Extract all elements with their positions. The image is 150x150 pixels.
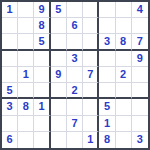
sudoku-cell-empty[interactable] <box>83 18 99 34</box>
sudoku-cell-empty[interactable] <box>34 83 50 99</box>
sudoku-cell-empty[interactable] <box>2 51 18 67</box>
sudoku-cell-empty[interactable] <box>132 18 148 34</box>
sudoku-cell-empty[interactable] <box>83 83 99 99</box>
sudoku-cell-given: 5 <box>34 34 50 50</box>
sudoku-cell-given: 1 <box>83 132 99 148</box>
sudoku-cell-empty[interactable] <box>116 116 132 132</box>
sudoku-cell-empty[interactable] <box>132 116 148 132</box>
sudoku-cell-empty[interactable] <box>116 18 132 34</box>
sudoku-cell-empty[interactable] <box>116 51 132 67</box>
sudoku-cell-empty[interactable] <box>67 132 83 148</box>
sudoku-cell-empty[interactable] <box>51 51 67 67</box>
sudoku-cell-empty[interactable] <box>83 2 99 18</box>
sudoku-cell-given: 6 <box>2 132 18 148</box>
sudoku-cell-empty[interactable] <box>116 99 132 115</box>
sudoku-cell-empty[interactable] <box>18 116 34 132</box>
sudoku-cell-empty[interactable] <box>18 2 34 18</box>
sudoku-cell-given: 4 <box>132 2 148 18</box>
sudoku-board: 1954865387391972523815716183 <box>0 0 150 150</box>
sudoku-cell-empty[interactable] <box>67 2 83 18</box>
sudoku-cell-empty[interactable] <box>99 67 115 83</box>
sudoku-cell-empty[interactable] <box>51 83 67 99</box>
sudoku-cell-given: 8 <box>18 99 34 115</box>
sudoku-cell-empty[interactable] <box>51 18 67 34</box>
sudoku-cell-empty[interactable] <box>132 83 148 99</box>
sudoku-cell-given: 9 <box>132 51 148 67</box>
sudoku-cell-empty[interactable] <box>67 99 83 115</box>
sudoku-cell-empty[interactable] <box>132 99 148 115</box>
sudoku-cell-empty[interactable] <box>116 2 132 18</box>
sudoku-cell-given: 2 <box>116 67 132 83</box>
sudoku-cell-given: 1 <box>34 99 50 115</box>
sudoku-cell-empty[interactable] <box>18 51 34 67</box>
sudoku-cell-empty[interactable] <box>99 83 115 99</box>
sudoku-cell-empty[interactable] <box>67 34 83 50</box>
sudoku-cell-empty[interactable] <box>83 51 99 67</box>
sudoku-cell-given: 5 <box>99 99 115 115</box>
sudoku-cell-empty[interactable] <box>116 132 132 148</box>
sudoku-cell-given: 3 <box>132 132 148 148</box>
sudoku-cell-empty[interactable] <box>99 51 115 67</box>
sudoku-cell-empty[interactable] <box>18 83 34 99</box>
sudoku-cell-given: 1 <box>99 116 115 132</box>
sudoku-cell-given: 3 <box>2 99 18 115</box>
sudoku-cell-empty[interactable] <box>34 51 50 67</box>
sudoku-cell-given: 8 <box>99 132 115 148</box>
sudoku-cell-given: 7 <box>83 67 99 83</box>
sudoku-cell-given: 3 <box>99 34 115 50</box>
sudoku-cell-given: 1 <box>18 67 34 83</box>
sudoku-cell-empty[interactable] <box>2 18 18 34</box>
sudoku-cell-empty[interactable] <box>34 67 50 83</box>
sudoku-cell-given: 1 <box>2 2 18 18</box>
sudoku-cell-empty[interactable] <box>34 116 50 132</box>
sudoku-cell-empty[interactable] <box>99 2 115 18</box>
sudoku-cell-empty[interactable] <box>18 18 34 34</box>
sudoku-cell-given: 7 <box>132 34 148 50</box>
sudoku-cell-given: 5 <box>2 83 18 99</box>
sudoku-cell-empty[interactable] <box>83 99 99 115</box>
sudoku-cell-empty[interactable] <box>83 34 99 50</box>
sudoku-cell-empty[interactable] <box>51 132 67 148</box>
sudoku-cell-empty[interactable] <box>67 67 83 83</box>
sudoku-cell-given: 7 <box>67 116 83 132</box>
sudoku-cell-empty[interactable] <box>83 116 99 132</box>
sudoku-cell-empty[interactable] <box>34 132 50 148</box>
sudoku-cell-empty[interactable] <box>2 34 18 50</box>
sudoku-cell-given: 9 <box>34 2 50 18</box>
sudoku-cell-empty[interactable] <box>2 67 18 83</box>
sudoku-cell-empty[interactable] <box>18 132 34 148</box>
sudoku-cell-given: 8 <box>34 18 50 34</box>
sudoku-cell-given: 2 <box>67 83 83 99</box>
sudoku-cell-given: 3 <box>67 51 83 67</box>
sudoku-cell-empty[interactable] <box>116 83 132 99</box>
sudoku-cell-empty[interactable] <box>18 34 34 50</box>
sudoku-cell-given: 6 <box>67 18 83 34</box>
sudoku-cell-empty[interactable] <box>51 99 67 115</box>
sudoku-cell-empty[interactable] <box>99 18 115 34</box>
sudoku-cell-empty[interactable] <box>51 34 67 50</box>
sudoku-cell-given: 5 <box>51 2 67 18</box>
sudoku-cell-given: 9 <box>51 67 67 83</box>
sudoku-cell-empty[interactable] <box>51 116 67 132</box>
sudoku-cell-given: 8 <box>116 34 132 50</box>
sudoku-cell-empty[interactable] <box>132 67 148 83</box>
sudoku-cell-empty[interactable] <box>2 116 18 132</box>
